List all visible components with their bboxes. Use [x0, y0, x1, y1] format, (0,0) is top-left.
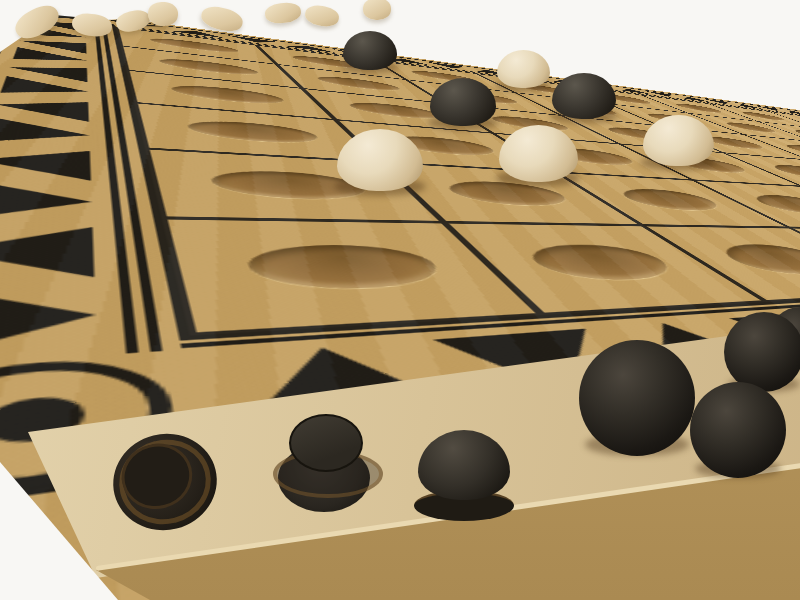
- tray-black-piece: [724, 312, 800, 392]
- offboard-white-piece: [363, 0, 391, 20]
- cell-r1c6: [641, 95, 758, 121]
- triangle-ornament: [425, 62, 473, 71]
- triangle-ornament: [644, 91, 683, 99]
- triangle-ornament: [281, 42, 335, 52]
- board-pit: [515, 244, 689, 282]
- board-pit: [184, 118, 326, 146]
- board-pit: [157, 56, 263, 77]
- tray-black-piece: [690, 382, 786, 478]
- triangle-ornament: [226, 35, 283, 46]
- board-pit: [609, 187, 733, 211]
- board-pit: [239, 245, 455, 292]
- inner-double-line: [94, 22, 138, 354]
- board-pit: [312, 74, 407, 93]
- offboard-white-piece: [147, 1, 179, 27]
- board-pit: [707, 244, 800, 275]
- inner-double-line: [180, 271, 800, 348]
- cell-r5c3: [556, 172, 789, 227]
- cell-r4c5: [723, 153, 800, 192]
- cell-r3c1: [126, 70, 335, 120]
- triangle-ornament: [702, 99, 738, 106]
- cell-r6c1: [162, 218, 542, 336]
- triangle-ornament: [0, 95, 89, 122]
- triangle-ornament: [779, 109, 800, 116]
- triangle-ornament: [0, 76, 88, 100]
- inner-double-line: [102, 23, 163, 352]
- triangle-ornament: [729, 102, 764, 109]
- triangle-ornament: [613, 87, 653, 95]
- board-pit: [742, 193, 800, 215]
- cell-r1c8: [769, 112, 800, 136]
- board-pit: [787, 129, 800, 142]
- triangle-ornament: [0, 117, 90, 148]
- triangle-ornament: [7, 60, 87, 82]
- board-pit: [148, 36, 242, 55]
- triangle-ornament: [13, 47, 87, 67]
- board-pit: [168, 82, 290, 106]
- triangle-ornament: [0, 180, 92, 222]
- cell-r1c7: [709, 104, 800, 129]
- black-piece-r2c3: [343, 31, 397, 70]
- board-pit: [735, 110, 793, 122]
- cell-r2c7: [758, 121, 800, 148]
- tray-black-piece: [579, 340, 695, 456]
- outer-frame-line-left: [0, 5, 22, 537]
- cell-r3c6: [743, 134, 800, 166]
- white-piece-r5c4: [643, 115, 714, 166]
- cell-r2c1: [120, 46, 302, 89]
- cell-r6c3: [642, 225, 800, 302]
- board-pit: [668, 102, 730, 115]
- cell-r6c4: [789, 228, 800, 293]
- cell-r1c1: [116, 27, 277, 64]
- white-piece-r2c5: [497, 50, 550, 88]
- board-pit: [794, 118, 800, 129]
- triangle-ornament: [754, 106, 788, 113]
- board-pit: [718, 121, 784, 135]
- black-piece-r3c5: [552, 73, 616, 119]
- tray-black-piece: [272, 408, 376, 512]
- triangle-ornament: [0, 145, 91, 181]
- cell-r5c4: [693, 180, 800, 229]
- triangle-ornament: [0, 225, 94, 280]
- border-ornament-left: [0, 8, 110, 366]
- inner-double-line: [179, 269, 800, 340]
- black-piece-r3c4: [430, 78, 496, 126]
- cell-r6c2: [444, 222, 767, 315]
- triangle-ornament: [674, 95, 711, 102]
- triangle-ornament: [0, 283, 97, 365]
- board-pit: [763, 163, 800, 181]
- white-piece-r5c3: [499, 125, 578, 182]
- tray-black-piece: [414, 428, 514, 520]
- board-photo-scene: [0, 0, 800, 600]
- board-pit: [777, 143, 800, 158]
